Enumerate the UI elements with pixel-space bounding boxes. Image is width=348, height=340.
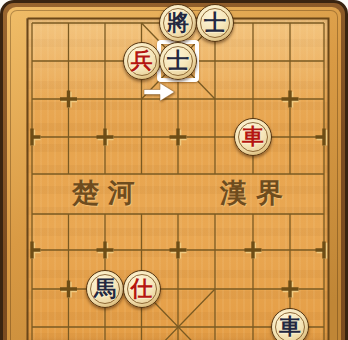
piece-black-chariot[interactable]: 車 — [271, 308, 309, 340]
piece-black-advisor-1[interactable]: 士 — [196, 4, 234, 42]
red-advisor-glyph: 仕 — [124, 271, 160, 307]
piece-black-general[interactable]: 將 — [159, 4, 197, 42]
black-horse-glyph: 馬 — [87, 271, 123, 307]
black-general-glyph: 將 — [160, 5, 196, 41]
piece-red-advisor[interactable]: 仕 — [123, 270, 161, 308]
red-chariot-glyph: 車 — [235, 119, 271, 155]
xiangqi-app: 楚河 漢界 將士兵士車馬仕車 — [0, 0, 348, 340]
river-label-chu-he: 楚河 — [72, 178, 144, 208]
red-soldier-glyph: 兵 — [124, 43, 160, 79]
piece-red-chariot[interactable]: 車 — [234, 118, 272, 156]
piece-black-horse[interactable]: 馬 — [86, 270, 124, 308]
black-chariot-glyph: 車 — [272, 309, 308, 340]
piece-red-soldier[interactable]: 兵 — [123, 42, 161, 80]
move-right-arrow-icon — [141, 80, 177, 104]
xiangqi-board[interactable]: 楚河 漢界 將士兵士車馬仕車 — [0, 0, 348, 340]
piece-black-advisor-2[interactable]: 士 — [159, 42, 197, 80]
black-advisor-1-glyph: 士 — [197, 5, 233, 41]
black-advisor-2-glyph: 士 — [160, 43, 196, 79]
river-label-han-jie: 漢界 — [220, 178, 292, 208]
